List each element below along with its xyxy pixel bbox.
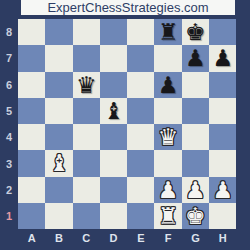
square-c8 (73, 19, 100, 45)
square-f1: ♜ (154, 203, 181, 229)
square-g7: ♟ (182, 45, 209, 71)
square-g1: ♚ (182, 203, 209, 229)
square-b5 (45, 98, 72, 124)
square-a5 (18, 98, 45, 124)
square-c2 (73, 177, 100, 203)
square-e3 (127, 150, 154, 176)
black-pawn-f6: ♟ (154, 72, 181, 98)
white-bishop-b3: ♝ (45, 150, 72, 176)
square-c3 (73, 150, 100, 176)
square-d6 (100, 72, 127, 98)
square-f2: ♟ (154, 177, 181, 203)
square-c6: ♛ (73, 72, 100, 98)
square-b6 (45, 72, 72, 98)
square-d3 (100, 150, 127, 176)
square-c4 (73, 124, 100, 150)
square-h6 (209, 72, 236, 98)
file-label-e: E (127, 230, 154, 246)
rank-label-1: 1 (0, 203, 18, 229)
square-b3: ♝ (45, 150, 72, 176)
black-pawn-h7: ♟ (209, 45, 236, 71)
square-a4 (18, 124, 45, 150)
white-queen-f4: ♛ (154, 124, 181, 150)
square-g8: ♚ (182, 19, 209, 45)
square-f7 (154, 45, 181, 71)
square-b7 (45, 45, 72, 71)
square-e4 (127, 124, 154, 150)
rank-label-4: 4 (0, 124, 18, 150)
square-g2: ♟ (182, 177, 209, 203)
square-a7 (18, 45, 45, 71)
square-e7 (127, 45, 154, 71)
square-h2: ♟ (209, 177, 236, 203)
square-d2 (100, 177, 127, 203)
square-h8 (209, 19, 236, 45)
square-e5 (127, 98, 154, 124)
square-a2 (18, 177, 45, 203)
square-c7 (73, 45, 100, 71)
square-f5 (154, 98, 181, 124)
chess-board: ♜♚♟♟♛♟♝♛♝♟♟♟♜♚ (18, 19, 236, 229)
square-h4 (209, 124, 236, 150)
file-label-c: C (73, 230, 100, 246)
square-b2 (45, 177, 72, 203)
square-f4: ♛ (154, 124, 181, 150)
square-f8: ♜ (154, 19, 181, 45)
square-f6: ♟ (154, 72, 181, 98)
square-a6 (18, 72, 45, 98)
square-g3 (182, 150, 209, 176)
square-d1 (100, 203, 127, 229)
square-f3 (154, 150, 181, 176)
square-a1 (18, 203, 45, 229)
square-h1 (209, 203, 236, 229)
rank-label-5: 5 (0, 98, 18, 124)
square-c1 (73, 203, 100, 229)
square-h3 (209, 150, 236, 176)
square-e8 (127, 19, 154, 45)
square-b1 (45, 203, 72, 229)
black-pawn-g7: ♟ (182, 45, 209, 71)
square-h5 (209, 98, 236, 124)
rank-labels: 87654321 (0, 19, 18, 229)
square-h7: ♟ (209, 45, 236, 71)
white-rook-f1: ♜ (154, 203, 181, 229)
white-pawn-g2: ♟ (182, 177, 209, 203)
square-e2 (127, 177, 154, 203)
white-pawn-h2: ♟ (209, 177, 236, 203)
file-labels: ABCDEFGH (18, 230, 236, 246)
rank-label-8: 8 (0, 19, 18, 45)
square-a3 (18, 150, 45, 176)
square-d4 (100, 124, 127, 150)
black-king-g8: ♚ (182, 19, 209, 45)
square-a8 (18, 19, 45, 45)
rank-label-7: 7 (0, 45, 18, 71)
white-king-g1: ♚ (182, 203, 209, 229)
file-label-b: B (45, 230, 72, 246)
rank-label-2: 2 (0, 177, 18, 203)
square-g6 (182, 72, 209, 98)
black-bishop-d5: ♝ (100, 98, 127, 124)
square-c5 (73, 98, 100, 124)
square-e1 (127, 203, 154, 229)
square-d8 (100, 19, 127, 45)
rank-label-6: 6 (0, 72, 18, 98)
file-label-f: F (154, 230, 181, 246)
file-label-g: G (182, 230, 209, 246)
black-queen-c6: ♛ (73, 72, 100, 98)
rank-label-3: 3 (0, 150, 18, 176)
square-d5: ♝ (100, 98, 127, 124)
square-g4 (182, 124, 209, 150)
white-pawn-f2: ♟ (154, 177, 181, 203)
file-label-h: H (209, 230, 236, 246)
square-g5 (182, 98, 209, 124)
square-b8 (45, 19, 72, 45)
square-b4 (45, 124, 72, 150)
file-label-a: A (18, 230, 45, 246)
site-title: ExpertChessStrategies.com (21, 0, 235, 15)
square-e6 (127, 72, 154, 98)
file-label-d: D (100, 230, 127, 246)
black-rook-f8: ♜ (154, 19, 181, 45)
square-d7 (100, 45, 127, 71)
